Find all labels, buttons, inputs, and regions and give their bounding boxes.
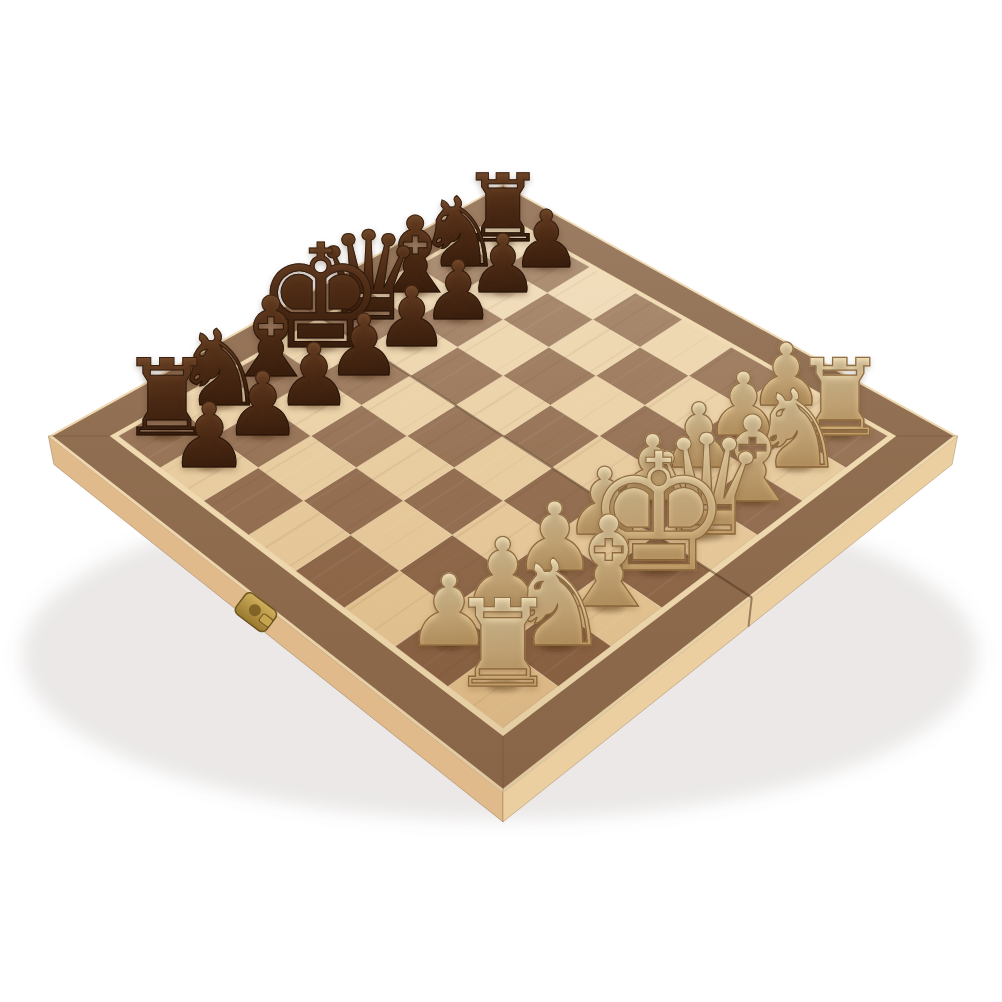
pieces-layer: ♜♞♝♛♚♝♞♜♟♟♟♟♟♟♟♟♟♟♟♟♟♟♟♟♜♞♝♛♚♝♞♜ — [0, 0, 1002, 1002]
piece-white-rook[interactable]: ♜ — [449, 583, 558, 705]
product-photo: ♜♞♝♛♚♝♞♜♟♟♟♟♟♟♟♟♟♟♟♟♟♟♟♟♜♞♝♛♚♝♞♜ — [0, 0, 1002, 1002]
piece-black-pawn[interactable]: ♟ — [169, 392, 249, 482]
